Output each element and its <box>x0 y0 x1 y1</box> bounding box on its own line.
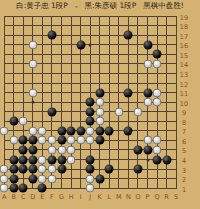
white-stone-Q11 <box>153 88 162 97</box>
col-label-A: A <box>2 193 6 200</box>
players-separator: - <box>75 2 78 11</box>
black-stone-F17 <box>47 31 56 40</box>
col-label-I: I <box>80 193 82 200</box>
white-stone-F3 <box>47 165 56 174</box>
white-stone-D16 <box>28 40 37 49</box>
white-stone-G5 <box>57 145 66 154</box>
white-stone-I6 <box>76 136 85 145</box>
white-stone-M9 <box>114 107 123 116</box>
white-stone-D7 <box>28 126 37 135</box>
grid-line-v <box>118 16 119 189</box>
row-label-6: 6 <box>182 139 186 146</box>
white-player-label: 白:黄子忠 1段P <box>16 1 68 11</box>
black-stone-O3 <box>133 165 142 174</box>
black-stone-L7 <box>105 126 114 135</box>
white-stone-F2 <box>47 174 56 183</box>
col-label-F: F <box>50 193 54 200</box>
black-stone-L3 <box>105 165 114 174</box>
black-stone-N17 <box>124 31 133 40</box>
white-stone-B6 <box>9 136 18 145</box>
white-stone-A2 <box>0 174 9 183</box>
row-label-15: 15 <box>180 53 188 60</box>
white-stone-F5 <box>47 145 56 154</box>
black-stone-Q15 <box>153 50 162 59</box>
white-stone-A7 <box>0 126 9 135</box>
white-stone-F6 <box>47 136 56 145</box>
black-stone-J4 <box>86 155 95 164</box>
black-stone-C6 <box>19 136 28 145</box>
row-label-8: 8 <box>182 120 186 127</box>
row-label-5: 5 <box>182 148 186 155</box>
black-stone-C4 <box>19 155 28 164</box>
black-stone-G4 <box>57 155 66 164</box>
black-stone-J3 <box>86 165 95 174</box>
col-label-M: M <box>116 193 122 200</box>
black-stone-E1 <box>38 184 47 193</box>
white-stone-C8 <box>19 117 28 126</box>
row-label-4: 4 <box>182 158 186 165</box>
row-label-3: 3 <box>182 167 186 174</box>
white-stone-H4 <box>67 155 76 164</box>
black-stone-K7 <box>95 126 104 135</box>
star-point <box>146 158 149 161</box>
row-label-7: 7 <box>182 129 186 136</box>
col-label-E: E <box>40 193 44 200</box>
white-stone-K10 <box>95 98 104 107</box>
black-stone-K6 <box>95 136 104 145</box>
white-stone-P10 <box>143 98 152 107</box>
white-stone-K8 <box>95 117 104 126</box>
black-stone-G7 <box>57 126 66 135</box>
black-stone-P16 <box>143 40 152 49</box>
row-label-18: 18 <box>180 24 188 31</box>
white-stone-A1 <box>0 184 9 193</box>
col-label-H: H <box>69 193 74 200</box>
white-stone-E6 <box>38 136 47 145</box>
black-stone-B2 <box>9 174 18 183</box>
black-stone-B1 <box>9 184 18 193</box>
black-stone-B8 <box>9 117 18 126</box>
row-label-17: 17 <box>180 34 188 41</box>
white-stone-Q6 <box>153 136 162 145</box>
white-stone-K9 <box>95 107 104 116</box>
black-stone-Q4 <box>153 155 162 164</box>
black-stone-R4 <box>162 155 171 164</box>
white-stone-Q5 <box>153 145 162 154</box>
col-label-O: O <box>135 193 140 200</box>
row-label-14: 14 <box>180 62 188 69</box>
black-stone-J9 <box>86 107 95 116</box>
black-stone-C5 <box>19 145 28 154</box>
row-label-13: 13 <box>180 72 188 79</box>
row-label-19: 19 <box>180 14 188 21</box>
black-stone-P5 <box>143 145 152 154</box>
star-point <box>89 43 92 46</box>
white-stone-J2 <box>86 174 95 183</box>
black-stone-D3 <box>28 165 37 174</box>
black-stone-J8 <box>86 117 95 126</box>
white-stone-E4 <box>38 155 47 164</box>
white-stone-E3 <box>38 165 47 174</box>
game-result-label: 黑棋中盘胜! <box>143 1 184 11</box>
white-stone-D14 <box>28 59 37 68</box>
black-stone-D4 <box>28 155 37 164</box>
row-label-12: 12 <box>180 81 188 88</box>
black-stone-C1 <box>19 184 28 193</box>
col-label-L: L <box>107 193 111 200</box>
black-stone-J10 <box>86 98 95 107</box>
white-stone-H5 <box>67 145 76 154</box>
white-stone-A3 <box>0 165 9 174</box>
white-stone-J1 <box>86 184 95 193</box>
black-stone-K2 <box>95 174 104 183</box>
row-label-16: 16 <box>180 43 188 50</box>
col-label-D: D <box>30 193 35 200</box>
row-label-9: 9 <box>182 110 186 117</box>
grid-line-v <box>137 16 138 189</box>
white-stone-E2 <box>38 174 47 183</box>
black-stone-D5 <box>28 145 37 154</box>
black-stone-N7 <box>124 126 133 135</box>
grid-line-v <box>128 16 129 189</box>
white-stone-O9 <box>133 107 142 116</box>
black-stone-I7 <box>76 126 85 135</box>
white-stone-D11 <box>28 88 37 97</box>
col-label-C: C <box>21 193 26 200</box>
black-stone-B3 <box>9 165 18 174</box>
black-stone-P11 <box>143 88 152 97</box>
black-stone-D2 <box>28 174 37 183</box>
white-stone-H6 <box>67 136 76 145</box>
white-stone-E7 <box>38 126 47 135</box>
go-board[interactable]: 19181716151413121110987654321ABCDEFGHIJK… <box>0 11 200 209</box>
col-label-Q: Q <box>155 193 160 200</box>
black-stone-H7 <box>67 126 76 135</box>
row-label-2: 2 <box>182 177 186 184</box>
col-label-S: S <box>174 193 178 200</box>
black-stone-G3 <box>57 165 66 174</box>
col-label-K: K <box>98 193 102 200</box>
black-stone-C3 <box>19 165 28 174</box>
col-label-J: J <box>89 193 91 200</box>
white-stone-P6 <box>143 136 152 145</box>
col-label-R: R <box>164 193 169 200</box>
row-label-10: 10 <box>180 100 188 107</box>
grid-line-v <box>176 16 177 189</box>
col-label-N: N <box>126 193 131 200</box>
row-label-1: 1 <box>182 186 186 193</box>
black-stone-F9 <box>47 107 56 116</box>
star-point <box>31 101 34 104</box>
black-player-label: 黑:朱彦硕 1段P <box>85 1 137 11</box>
grid-line-v <box>109 16 110 189</box>
black-stone-D6 <box>28 136 37 145</box>
go-game-viewer: { "game": "go", "header": { "white_label… <box>0 0 200 209</box>
black-stone-K11 <box>95 88 104 97</box>
black-stone-G6 <box>57 136 66 145</box>
col-label-G: G <box>59 193 64 200</box>
black-stone-B4 <box>9 155 18 164</box>
white-stone-Q14 <box>153 59 162 68</box>
black-stone-F4 <box>47 155 56 164</box>
white-stone-J6 <box>86 136 95 145</box>
white-stone-Q10 <box>153 98 162 107</box>
white-stone-P14 <box>143 59 152 68</box>
black-stone-I16 <box>76 40 85 49</box>
row-label-11: 11 <box>180 91 188 98</box>
black-stone-O5 <box>133 145 142 154</box>
col-label-B: B <box>12 193 16 200</box>
black-stone-N11 <box>124 88 133 97</box>
col-label-P: P <box>146 193 150 200</box>
white-stone-J7 <box>86 126 95 135</box>
